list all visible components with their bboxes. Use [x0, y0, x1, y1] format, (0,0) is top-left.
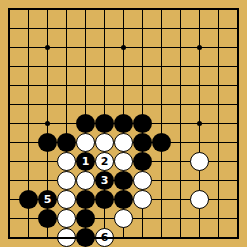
- intersection-c6-r6[interactable]: [95, 95, 114, 114]
- intersection-c2-r1[interactable]: [19, 0, 38, 19]
- intersection-c11-r7[interactable]: [190, 114, 209, 133]
- intersection-c13-r4[interactable]: [228, 57, 247, 76]
- intersection-c11-r12[interactable]: [190, 209, 209, 228]
- intersection-c7-r8[interactable]: [114, 133, 133, 152]
- intersection-c6-r12[interactable]: [95, 209, 114, 228]
- intersection-c3-r2[interactable]: [38, 19, 57, 38]
- black-stone: [95, 190, 114, 209]
- intersection-c12-r10[interactable]: [209, 171, 228, 190]
- hoshi-dot: [45, 121, 50, 126]
- intersection-c13-r13[interactable]: [228, 228, 247, 247]
- intersection-c11-r6[interactable]: [190, 95, 209, 114]
- white-stone: [190, 190, 209, 209]
- intersection-c10-r12[interactable]: [171, 209, 190, 228]
- go-board: 12356: [0, 0, 247, 247]
- white-stone: [190, 152, 209, 171]
- intersection-c6-r4[interactable]: [95, 57, 114, 76]
- intersection-c10-r1[interactable]: [171, 0, 190, 19]
- black-stone: [57, 133, 76, 152]
- intersection-c2-r4[interactable]: [19, 57, 38, 76]
- intersection-c3-r3[interactable]: [38, 38, 57, 57]
- intersection-c9-r4[interactable]: [152, 57, 171, 76]
- intersection-c5-r2[interactable]: [76, 19, 95, 38]
- white-stone: 2: [95, 152, 114, 171]
- intersection-c8-r12[interactable]: [133, 209, 152, 228]
- move-number: 6: [101, 232, 109, 243]
- hoshi-dot: [197, 45, 202, 50]
- intersection-c2-r6[interactable]: [19, 95, 38, 114]
- white-stone: [114, 209, 133, 228]
- intersection-c12-r6[interactable]: [209, 95, 228, 114]
- intersection-c11-r1[interactable]: [190, 0, 209, 19]
- intersection-c9-r12[interactable]: [152, 209, 171, 228]
- intersection-c10-r3[interactable]: [171, 38, 190, 57]
- intersection-c8-r10[interactable]: [133, 171, 152, 190]
- intersection-c10-r5[interactable]: [171, 76, 190, 95]
- intersection-c1-r8[interactable]: [0, 133, 19, 152]
- intersection-c13-r8[interactable]: [228, 133, 247, 152]
- white-stone: [76, 171, 95, 190]
- intersection-c6-r8[interactable]: [95, 133, 114, 152]
- hoshi-dot: [197, 121, 202, 126]
- intersection-c4-r3[interactable]: [57, 38, 76, 57]
- intersection-c13-r10[interactable]: [228, 171, 247, 190]
- black-stone: [114, 190, 133, 209]
- intersection-c11-r13[interactable]: [190, 228, 209, 247]
- intersection-c2-r2[interactable]: [19, 19, 38, 38]
- intersection-c6-r11[interactable]: [95, 190, 114, 209]
- black-stone: [38, 209, 57, 228]
- intersection-c4-r10[interactable]: [57, 171, 76, 190]
- intersection-c7-r3[interactable]: [114, 38, 133, 57]
- intersection-c5-r10[interactable]: [76, 171, 95, 190]
- intersection-c4-r8[interactable]: [57, 133, 76, 152]
- intersection-c1-r9[interactable]: [0, 152, 19, 171]
- black-stone: [133, 152, 152, 171]
- white-stone: [57, 190, 76, 209]
- intersection-c3-r7[interactable]: [38, 114, 57, 133]
- intersection-c6-r7[interactable]: [95, 114, 114, 133]
- intersection-c7-r11[interactable]: [114, 190, 133, 209]
- intersection-c11-r4[interactable]: [190, 57, 209, 76]
- black-stone: [76, 209, 95, 228]
- intersection-c6-r3[interactable]: [95, 38, 114, 57]
- intersection-c10-r11[interactable]: [171, 190, 190, 209]
- black-stone: [76, 190, 95, 209]
- intersection-c11-r5[interactable]: [190, 76, 209, 95]
- intersection-c7-r7[interactable]: [114, 114, 133, 133]
- intersection-c2-r11[interactable]: [19, 190, 38, 209]
- intersection-c1-r11[interactable]: [0, 190, 19, 209]
- intersection-c6-r13[interactable]: 6: [95, 228, 114, 247]
- intersection-c1-r13[interactable]: [0, 228, 19, 247]
- intersection-c4-r7[interactable]: [57, 114, 76, 133]
- move-number: 2: [101, 156, 109, 167]
- white-stone: 6: [95, 228, 114, 247]
- intersection-c1-r1[interactable]: [0, 0, 19, 19]
- intersection-c7-r12[interactable]: [114, 209, 133, 228]
- intersection-c8-r9[interactable]: [133, 152, 152, 171]
- intersection-c12-r4[interactable]: [209, 57, 228, 76]
- intersection-c13-r6[interactable]: [228, 95, 247, 114]
- intersection-c1-r5[interactable]: [0, 76, 19, 95]
- intersection-c2-r7[interactable]: [19, 114, 38, 133]
- intersection-c5-r11[interactable]: [76, 190, 95, 209]
- intersection-c12-r1[interactable]: [209, 0, 228, 19]
- intersection-c10-r6[interactable]: [171, 95, 190, 114]
- intersection-c8-r1[interactable]: [133, 0, 152, 19]
- intersection-c6-r10[interactable]: 3: [95, 171, 114, 190]
- white-stone: [114, 133, 133, 152]
- intersection-c3-r10[interactable]: [38, 171, 57, 190]
- white-stone: [57, 228, 76, 247]
- intersection-c4-r13[interactable]: [57, 228, 76, 247]
- intersection-c2-r9[interactable]: [19, 152, 38, 171]
- intersection-c13-r5[interactable]: [228, 76, 247, 95]
- intersection-c7-r9[interactable]: [114, 152, 133, 171]
- intersection-c9-r1[interactable]: [152, 0, 171, 19]
- intersection-c3-r5[interactable]: [38, 76, 57, 95]
- intersection-c5-r13[interactable]: [76, 228, 95, 247]
- white-stone: [57, 209, 76, 228]
- intersection-c13-r1[interactable]: [228, 0, 247, 19]
- intersection-c1-r12[interactable]: [0, 209, 19, 228]
- white-stone: [133, 171, 152, 190]
- white-stone: [95, 133, 114, 152]
- intersection-c4-r5[interactable]: [57, 76, 76, 95]
- intersection-c2-r8[interactable]: [19, 133, 38, 152]
- intersection-c1-r2[interactable]: [0, 19, 19, 38]
- intersection-c7-r10[interactable]: [114, 171, 133, 190]
- intersection-c4-r1[interactable]: [57, 0, 76, 19]
- intersection-c8-r8[interactable]: [133, 133, 152, 152]
- intersection-c3-r13[interactable]: [38, 228, 57, 247]
- intersection-c8-r6[interactable]: [133, 95, 152, 114]
- intersection-c13-r3[interactable]: [228, 38, 247, 57]
- intersection-c10-r4[interactable]: [171, 57, 190, 76]
- intersection-c12-r8[interactable]: [209, 133, 228, 152]
- intersection-c1-r4[interactable]: [0, 57, 19, 76]
- intersection-c5-r4[interactable]: [76, 57, 95, 76]
- intersection-c8-r7[interactable]: [133, 114, 152, 133]
- intersection-c5-r8[interactable]: [76, 133, 95, 152]
- black-stone: [133, 114, 152, 133]
- intersection-c3-r12[interactable]: [38, 209, 57, 228]
- intersection-c13-r12[interactable]: [228, 209, 247, 228]
- intersection-c6-r2[interactable]: [95, 19, 114, 38]
- intersection-c2-r3[interactable]: [19, 38, 38, 57]
- intersection-c13-r9[interactable]: [228, 152, 247, 171]
- intersection-c13-r7[interactable]: [228, 114, 247, 133]
- intersection-c5-r1[interactable]: [76, 0, 95, 19]
- intersection-c9-r8[interactable]: [152, 133, 171, 152]
- white-stone: [133, 190, 152, 209]
- intersection-c12-r11[interactable]: [209, 190, 228, 209]
- intersection-c4-r2[interactable]: [57, 19, 76, 38]
- intersection-c7-r2[interactable]: [114, 19, 133, 38]
- white-stone: [114, 152, 133, 171]
- intersection-c8-r2[interactable]: [133, 19, 152, 38]
- intersection-c5-r7[interactable]: [76, 114, 95, 133]
- intersection-c5-r12[interactable]: [76, 209, 95, 228]
- move-number: 1: [82, 156, 90, 167]
- intersection-c11-r10[interactable]: [190, 171, 209, 190]
- move-number: 3: [101, 175, 109, 186]
- intersection-c11-r8[interactable]: [190, 133, 209, 152]
- black-stone: [38, 133, 57, 152]
- intersection-c4-r9[interactable]: [57, 152, 76, 171]
- intersection-c7-r13[interactable]: [114, 228, 133, 247]
- black-stone: 1: [76, 152, 95, 171]
- intersection-c9-r2[interactable]: [152, 19, 171, 38]
- intersection-c3-r4[interactable]: [38, 57, 57, 76]
- intersection-c3-r9[interactable]: [38, 152, 57, 171]
- intersection-c11-r2[interactable]: [190, 19, 209, 38]
- intersection-c13-r2[interactable]: [228, 19, 247, 38]
- black-stone: [76, 114, 95, 133]
- intersection-c12-r9[interactable]: [209, 152, 228, 171]
- intersection-c8-r5[interactable]: [133, 76, 152, 95]
- intersection-c7-r4[interactable]: [114, 57, 133, 76]
- intersection-c1-r10[interactable]: [0, 171, 19, 190]
- intersection-c9-r9[interactable]: [152, 152, 171, 171]
- intersection-c2-r5[interactable]: [19, 76, 38, 95]
- go-grid: 12356: [0, 0, 247, 247]
- intersection-c2-r10[interactable]: [19, 171, 38, 190]
- intersection-c12-r7[interactable]: [209, 114, 228, 133]
- intersection-c10-r10[interactable]: [171, 171, 190, 190]
- intersection-c1-r7[interactable]: [0, 114, 19, 133]
- hoshi-dot: [45, 45, 50, 50]
- intersection-c4-r4[interactable]: [57, 57, 76, 76]
- hoshi-dot: [121, 45, 126, 50]
- white-stone: [76, 133, 95, 152]
- intersection-c9-r3[interactable]: [152, 38, 171, 57]
- black-stone: 5: [38, 190, 57, 209]
- intersection-c10-r9[interactable]: [171, 152, 190, 171]
- move-number: 5: [44, 194, 52, 205]
- intersection-c10-r7[interactable]: [171, 114, 190, 133]
- intersection-c10-r8[interactable]: [171, 133, 190, 152]
- intersection-c11-r9[interactable]: [190, 152, 209, 171]
- intersection-c5-r5[interactable]: [76, 76, 95, 95]
- intersection-c4-r11[interactable]: [57, 190, 76, 209]
- intersection-c8-r4[interactable]: [133, 57, 152, 76]
- black-stone: 3: [95, 171, 114, 190]
- intersection-c12-r5[interactable]: [209, 76, 228, 95]
- intersection-c4-r12[interactable]: [57, 209, 76, 228]
- intersection-c7-r6[interactable]: [114, 95, 133, 114]
- black-stone: [114, 114, 133, 133]
- intersection-c1-r3[interactable]: [0, 38, 19, 57]
- intersection-c5-r3[interactable]: [76, 38, 95, 57]
- intersection-c12-r3[interactable]: [209, 38, 228, 57]
- intersection-c8-r11[interactable]: [133, 190, 152, 209]
- intersection-c6-r1[interactable]: [95, 0, 114, 19]
- intersection-c12-r12[interactable]: [209, 209, 228, 228]
- intersection-c9-r5[interactable]: [152, 76, 171, 95]
- intersection-c8-r13[interactable]: [133, 228, 152, 247]
- intersection-c5-r9[interactable]: 1: [76, 152, 95, 171]
- intersection-c3-r8[interactable]: [38, 133, 57, 152]
- intersection-c2-r13[interactable]: [19, 228, 38, 247]
- intersection-c7-r5[interactable]: [114, 76, 133, 95]
- intersection-c9-r11[interactable]: [152, 190, 171, 209]
- black-stone: [152, 133, 171, 152]
- intersection-c12-r13[interactable]: [209, 228, 228, 247]
- intersection-c9-r10[interactable]: [152, 171, 171, 190]
- intersection-c7-r1[interactable]: [114, 0, 133, 19]
- intersection-c2-r12[interactable]: [19, 209, 38, 228]
- intersection-c11-r3[interactable]: [190, 38, 209, 57]
- intersection-c8-r3[interactable]: [133, 38, 152, 57]
- intersection-c6-r9[interactable]: 2: [95, 152, 114, 171]
- intersection-c1-r6[interactable]: [0, 95, 19, 114]
- intersection-c9-r13[interactable]: [152, 228, 171, 247]
- intersection-c3-r11[interactable]: 5: [38, 190, 57, 209]
- intersection-c13-r11[interactable]: [228, 190, 247, 209]
- intersection-c9-r6[interactable]: [152, 95, 171, 114]
- intersection-c4-r6[interactable]: [57, 95, 76, 114]
- intersection-c3-r1[interactable]: [38, 0, 57, 19]
- intersection-c5-r6[interactable]: [76, 95, 95, 114]
- intersection-c9-r7[interactable]: [152, 114, 171, 133]
- black-stone: [114, 171, 133, 190]
- white-stone: [57, 152, 76, 171]
- intersection-c10-r13[interactable]: [171, 228, 190, 247]
- black-stone: [19, 190, 38, 209]
- intersection-c6-r5[interactable]: [95, 76, 114, 95]
- black-stone: [95, 114, 114, 133]
- intersection-c3-r6[interactable]: [38, 95, 57, 114]
- intersection-c10-r2[interactable]: [171, 19, 190, 38]
- black-stone: [76, 228, 95, 247]
- black-stone: [133, 133, 152, 152]
- intersection-c11-r11[interactable]: [190, 190, 209, 209]
- white-stone: [57, 171, 76, 190]
- intersection-c12-r2[interactable]: [209, 19, 228, 38]
